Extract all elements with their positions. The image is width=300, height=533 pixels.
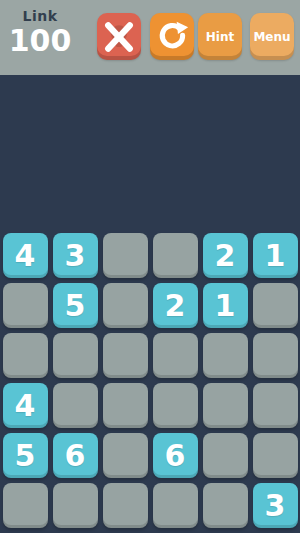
grid-cell[interactable]: 2 <box>153 283 198 328</box>
cell-number: 1 <box>265 241 286 271</box>
cell-number: 2 <box>165 291 186 321</box>
grid-cell[interactable] <box>103 333 148 378</box>
grid-cell[interactable]: 3 <box>53 233 98 278</box>
grid-cell[interactable] <box>103 283 148 328</box>
grid-cell[interactable] <box>153 483 198 528</box>
cell-number: 3 <box>265 491 286 521</box>
grid-cell[interactable] <box>203 383 248 428</box>
top-bar: Link 100 <box>0 0 300 75</box>
refresh-icon <box>155 19 189 55</box>
grid-cell[interactable]: 6 <box>153 433 198 478</box>
menu-button[interactable]: Menu <box>250 13 294 60</box>
puzzle-board: 432152145663 <box>3 233 298 528</box>
grid-cell[interactable]: 3 <box>253 483 298 528</box>
grid-cell[interactable] <box>203 433 248 478</box>
grid-cell[interactable] <box>103 483 148 528</box>
cell-number: 6 <box>65 441 86 471</box>
game-screen: Link 100 <box>0 0 300 533</box>
grid-cell[interactable] <box>3 333 48 378</box>
grid-cell[interactable] <box>3 483 48 528</box>
title-block: Link 100 <box>8 8 72 56</box>
grid-cell[interactable]: 4 <box>3 383 48 428</box>
grid-cell[interactable] <box>203 483 248 528</box>
grid-cell[interactable] <box>103 233 148 278</box>
hint-button[interactable]: Hint <box>198 13 242 60</box>
cell-number: 2 <box>215 241 236 271</box>
level-number: 100 <box>8 25 72 57</box>
grid-cell[interactable] <box>203 333 248 378</box>
grid-cell[interactable]: 5 <box>3 433 48 478</box>
cell-number: 5 <box>65 291 86 321</box>
x-over-bulb-icon <box>101 18 137 56</box>
grid-cell[interactable]: 5 <box>53 283 98 328</box>
grid-cell[interactable]: 1 <box>253 233 298 278</box>
grid-cell[interactable]: 4 <box>3 233 48 278</box>
grid-cell[interactable] <box>53 383 98 428</box>
grid-cell[interactable] <box>53 483 98 528</box>
grid-cell[interactable]: 1 <box>203 283 248 328</box>
cell-number: 4 <box>15 391 36 421</box>
grid-cell[interactable] <box>3 283 48 328</box>
grid-cell[interactable]: 6 <box>53 433 98 478</box>
cell-number: 4 <box>15 241 36 271</box>
grid-cell[interactable] <box>103 383 148 428</box>
close-puzzle-button[interactable] <box>97 13 141 60</box>
cell-number: 3 <box>65 241 86 271</box>
restart-button[interactable] <box>150 13 194 60</box>
grid-cell[interactable] <box>153 233 198 278</box>
grid-cell[interactable] <box>253 383 298 428</box>
grid-cell[interactable] <box>53 333 98 378</box>
grid-cell[interactable] <box>253 333 298 378</box>
grid-cell[interactable]: 2 <box>203 233 248 278</box>
cell-number: 1 <box>215 291 236 321</box>
grid-cell[interactable] <box>103 433 148 478</box>
grid-cell[interactable] <box>153 383 198 428</box>
grid-cell[interactable] <box>253 283 298 328</box>
grid-cell[interactable] <box>153 333 198 378</box>
cell-number: 6 <box>165 441 186 471</box>
grid-cell[interactable] <box>253 433 298 478</box>
cell-number: 5 <box>15 441 36 471</box>
